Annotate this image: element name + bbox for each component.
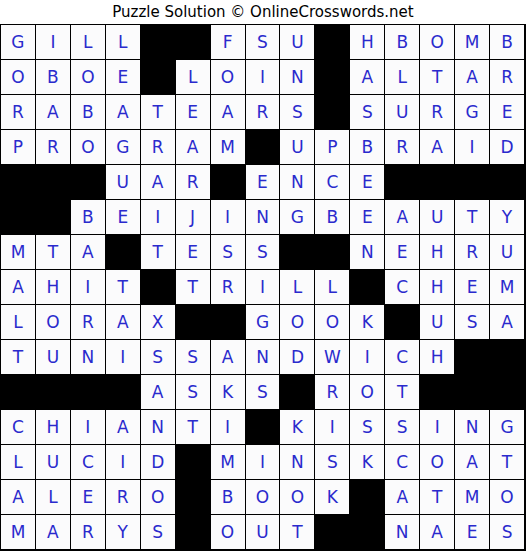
black-cell-r6c1: [1, 200, 36, 235]
black-cell-r1c10: [315, 25, 350, 60]
letter-cell-r2c11: A: [350, 60, 385, 95]
letter-cell-r12c4: A: [106, 410, 141, 445]
letter-cell-r6c15: Y: [490, 200, 525, 235]
black-cell-r1c6: [176, 25, 211, 60]
black-cell-r11c15: [490, 375, 525, 410]
letter-cell-r10c3: N: [71, 340, 106, 375]
letter-cell-r7c1: M: [1, 235, 36, 270]
letter-cell-r3c13: R: [420, 95, 455, 130]
letter-cell-r8c12: C: [385, 270, 420, 305]
letter-cell-r1c1: G: [1, 25, 36, 60]
letter-cell-r6c4: E: [106, 200, 141, 235]
letter-cell-r5c9: N: [280, 165, 315, 200]
letter-cell-r14c3: E: [71, 480, 106, 515]
letter-cell-r9c14: S: [455, 305, 490, 340]
letter-cell-r3c2: A: [36, 95, 71, 130]
letter-cell-r5c10: C: [315, 165, 350, 200]
letter-cell-r8c14: E: [455, 270, 490, 305]
letter-cell-r10c13: H: [420, 340, 455, 375]
letter-cell-r3c5: T: [141, 95, 176, 130]
letter-cell-r5c11: E: [350, 165, 385, 200]
letter-cell-r4c2: R: [36, 130, 71, 165]
letter-cell-r9c15: A: [490, 305, 525, 340]
black-cell-r13c6: [176, 445, 211, 480]
letter-cell-r4c14: I: [455, 130, 490, 165]
letter-cell-r4c5: R: [141, 130, 176, 165]
letter-cell-r14c5: O: [141, 480, 176, 515]
letter-cell-r11c12: T: [385, 375, 420, 410]
letter-cell-r15c9: T: [280, 515, 315, 550]
letter-cell-r7c8: S: [246, 235, 281, 270]
letter-cell-r7c3: A: [71, 235, 106, 270]
letter-cell-r13c15: T: [490, 445, 525, 480]
letter-cell-r9c3: R: [71, 305, 106, 340]
page-title: Puzzle Solution © OnlineCrosswords.net: [0, 0, 526, 24]
letter-cell-r3c12: U: [385, 95, 420, 130]
black-cell-r11c14: [455, 375, 490, 410]
black-cell-r14c6: [176, 480, 211, 515]
letter-cell-r2c2: B: [36, 60, 71, 95]
letter-cell-r6c7: I: [211, 200, 246, 235]
letter-cell-r6c8: N: [246, 200, 281, 235]
letter-cell-r10c4: I: [106, 340, 141, 375]
letter-cell-r4c6: A: [176, 130, 211, 165]
black-cell-r8c5: [141, 270, 176, 305]
letter-cell-r12c6: T: [176, 410, 211, 445]
letter-cell-r6c6: J: [176, 200, 211, 235]
letter-cell-r9c8: G: [246, 305, 281, 340]
letter-cell-r3c7: A: [211, 95, 246, 130]
letter-cell-r8c10: L: [315, 270, 350, 305]
letter-cell-r8c15: M: [490, 270, 525, 305]
black-cell-r4c8: [246, 130, 281, 165]
letter-cell-r1c15: B: [490, 25, 525, 60]
letter-cell-r8c6: T: [176, 270, 211, 305]
letter-cell-r9c1: L: [1, 305, 36, 340]
letter-cell-r7c7: S: [211, 235, 246, 270]
letter-cell-r8c3: I: [71, 270, 106, 305]
letter-cell-r15c12: N: [385, 515, 420, 550]
black-cell-r7c4: [106, 235, 141, 270]
black-cell-r9c12: [385, 305, 420, 340]
black-cell-r11c1: [1, 375, 36, 410]
black-cell-r9c7: [211, 305, 246, 340]
letter-cell-r9c10: O: [315, 305, 350, 340]
letter-cell-r10c11: I: [350, 340, 385, 375]
letter-cell-r6c11: E: [350, 200, 385, 235]
letter-cell-r6c9: G: [280, 200, 315, 235]
letter-cell-r9c4: A: [106, 305, 141, 340]
black-cell-r7c9: [280, 235, 315, 270]
letter-cell-r13c13: O: [420, 445, 455, 480]
letter-cell-r8c8: I: [246, 270, 281, 305]
letter-cell-r3c1: R: [1, 95, 36, 130]
letter-cell-r13c3: C: [71, 445, 106, 480]
letter-cell-r5c5: A: [141, 165, 176, 200]
black-cell-r5c15: [490, 165, 525, 200]
letter-cell-r9c11: K: [350, 305, 385, 340]
letter-cell-r10c10: W: [315, 340, 350, 375]
letter-cell-r12c12: S: [385, 410, 420, 445]
letter-cell-r4c3: O: [71, 130, 106, 165]
letter-cell-r13c1: L: [1, 445, 36, 480]
letter-cell-r1c12: B: [385, 25, 420, 60]
letter-cell-r13c8: I: [246, 445, 281, 480]
black-cell-r7c10: [315, 235, 350, 270]
letter-cell-r3c14: G: [455, 95, 490, 130]
letter-cell-r1c3: L: [71, 25, 106, 60]
black-cell-r11c4: [106, 375, 141, 410]
black-cell-r15c6: [176, 515, 211, 550]
letter-cell-r10c8: N: [246, 340, 281, 375]
letter-cell-r6c13: U: [420, 200, 455, 235]
letter-cell-r4c9: U: [280, 130, 315, 165]
letter-cell-r13c7: M: [211, 445, 246, 480]
letter-cell-r1c2: I: [36, 25, 71, 60]
letter-cell-r4c1: P: [1, 130, 36, 165]
black-cell-r11c9: [280, 375, 315, 410]
letter-cell-r3c3: B: [71, 95, 106, 130]
letter-cell-r8c13: H: [420, 270, 455, 305]
letter-cell-r15c5: S: [141, 515, 176, 550]
letter-cell-r7c5: T: [141, 235, 176, 270]
letter-cell-r11c7: K: [211, 375, 246, 410]
letter-cell-r14c14: M: [455, 480, 490, 515]
black-cell-r14c11: [350, 480, 385, 515]
black-cell-r1c5: [141, 25, 176, 60]
letter-cell-r15c4: Y: [106, 515, 141, 550]
letter-cell-r7c11: N: [350, 235, 385, 270]
letter-cell-r13c11: K: [350, 445, 385, 480]
letter-cell-r6c12: A: [385, 200, 420, 235]
black-cell-r5c3: [71, 165, 106, 200]
letter-cell-r11c6: S: [176, 375, 211, 410]
letter-cell-r2c15: R: [490, 60, 525, 95]
letter-cell-r8c9: L: [280, 270, 315, 305]
letter-cell-r1c13: O: [420, 25, 455, 60]
letter-cell-r15c8: U: [246, 515, 281, 550]
letter-cell-r15c2: A: [36, 515, 71, 550]
black-cell-r12c8: [246, 410, 281, 445]
letter-cell-r7c15: U: [490, 235, 525, 270]
letter-cell-r12c7: I: [211, 410, 246, 445]
black-cell-r6c2: [36, 200, 71, 235]
black-cell-r5c13: [420, 165, 455, 200]
letter-cell-r12c1: C: [1, 410, 36, 445]
letter-cell-r4c7: M: [211, 130, 246, 165]
letter-cell-r7c14: R: [455, 235, 490, 270]
black-cell-r2c10: [315, 60, 350, 95]
black-cell-r5c7: [211, 165, 246, 200]
letter-cell-r8c2: H: [36, 270, 71, 305]
letter-cell-r9c13: U: [420, 305, 455, 340]
letter-cell-r12c2: H: [36, 410, 71, 445]
letter-cell-r14c9: O: [280, 480, 315, 515]
letter-cell-r10c6: S: [176, 340, 211, 375]
letter-cell-r12c13: I: [420, 410, 455, 445]
letter-cell-r4c4: G: [106, 130, 141, 165]
letter-cell-r13c14: A: [455, 445, 490, 480]
letter-cell-r2c13: T: [420, 60, 455, 95]
letter-cell-r4c12: R: [385, 130, 420, 165]
letter-cell-r12c5: N: [141, 410, 176, 445]
black-cell-r5c14: [455, 165, 490, 200]
letter-cell-r2c6: L: [176, 60, 211, 95]
letter-cell-r6c10: B: [315, 200, 350, 235]
letter-cell-r2c12: L: [385, 60, 420, 95]
black-cell-r5c12: [385, 165, 420, 200]
letter-cell-r14c13: T: [420, 480, 455, 515]
letter-cell-r7c2: T: [36, 235, 71, 270]
letter-cell-r2c3: O: [71, 60, 106, 95]
letter-cell-r7c13: H: [420, 235, 455, 270]
letter-cell-r3c11: S: [350, 95, 385, 130]
letter-cell-r2c7: O: [211, 60, 246, 95]
letter-cell-r9c5: X: [141, 305, 176, 340]
letter-cell-r15c1: M: [1, 515, 36, 550]
letter-cell-r2c14: A: [455, 60, 490, 95]
letter-cell-r15c13: A: [420, 515, 455, 550]
letter-cell-r2c4: E: [106, 60, 141, 95]
black-cell-r15c10: [315, 515, 350, 550]
letter-cell-r13c12: C: [385, 445, 420, 480]
letter-cell-r5c6: R: [176, 165, 211, 200]
letter-cell-r14c7: B: [211, 480, 246, 515]
letter-cell-r8c7: R: [211, 270, 246, 305]
letter-cell-r7c6: E: [176, 235, 211, 270]
black-cell-r11c3: [71, 375, 106, 410]
letter-cell-r3c4: A: [106, 95, 141, 130]
letter-cell-r14c4: R: [106, 480, 141, 515]
letter-cell-r11c8: S: [246, 375, 281, 410]
letter-cell-r13c10: S: [315, 445, 350, 480]
letter-cell-r2c9: N: [280, 60, 315, 95]
letter-cell-r10c5: S: [141, 340, 176, 375]
letter-cell-r3c6: E: [176, 95, 211, 130]
letter-cell-r8c1: A: [1, 270, 36, 305]
letter-cell-r4c10: P: [315, 130, 350, 165]
letter-cell-r14c8: O: [246, 480, 281, 515]
black-cell-r10c15: [490, 340, 525, 375]
black-cell-r11c13: [420, 375, 455, 410]
puzzle-solution-page: Puzzle Solution © OnlineCrosswords.net G…: [0, 0, 526, 551]
letter-cell-r10c9: D: [280, 340, 315, 375]
letter-cell-r1c14: M: [455, 25, 490, 60]
letter-cell-r3c8: R: [246, 95, 281, 130]
letter-cell-r15c14: E: [455, 515, 490, 550]
letter-cell-r14c12: A: [385, 480, 420, 515]
letter-cell-r13c4: I: [106, 445, 141, 480]
letter-cell-r9c9: O: [280, 305, 315, 340]
black-cell-r5c2: [36, 165, 71, 200]
letter-cell-r12c15: G: [490, 410, 525, 445]
letter-cell-r12c10: I: [315, 410, 350, 445]
letter-cell-r13c9: N: [280, 445, 315, 480]
letter-cell-r3c15: E: [490, 95, 525, 130]
letter-cell-r2c1: O: [1, 60, 36, 95]
black-cell-r2c5: [141, 60, 176, 95]
crossword-grid: GILLFSUHBOMBOBOELOINALTARRABATEARSSURGEP…: [0, 24, 526, 551]
letter-cell-r14c10: K: [315, 480, 350, 515]
letter-cell-r1c8: S: [246, 25, 281, 60]
letter-cell-r14c1: A: [1, 480, 36, 515]
black-cell-r8c11: [350, 270, 385, 305]
letter-cell-r15c7: O: [211, 515, 246, 550]
letter-cell-r5c4: U: [106, 165, 141, 200]
letter-cell-r11c11: O: [350, 375, 385, 410]
letter-cell-r10c2: U: [36, 340, 71, 375]
letter-cell-r13c2: U: [36, 445, 71, 480]
letter-cell-r7c12: E: [385, 235, 420, 270]
letter-cell-r8c4: T: [106, 270, 141, 305]
black-cell-r3c10: [315, 95, 350, 130]
letter-cell-r1c4: L: [106, 25, 141, 60]
letter-cell-r4c13: A: [420, 130, 455, 165]
letter-cell-r4c15: D: [490, 130, 525, 165]
letter-cell-r12c14: N: [455, 410, 490, 445]
black-cell-r11c2: [36, 375, 71, 410]
letter-cell-r14c2: L: [36, 480, 71, 515]
letter-cell-r6c3: B: [71, 200, 106, 235]
letter-cell-r6c14: T: [455, 200, 490, 235]
black-cell-r5c1: [1, 165, 36, 200]
letter-cell-r2c8: I: [246, 60, 281, 95]
black-cell-r10c14: [455, 340, 490, 375]
letter-cell-r1c9: U: [280, 25, 315, 60]
letter-cell-r15c15: S: [490, 515, 525, 550]
letter-cell-r3c9: S: [280, 95, 315, 130]
letter-cell-r15c3: R: [71, 515, 106, 550]
black-cell-r9c6: [176, 305, 211, 340]
black-cell-r15c11: [350, 515, 385, 550]
letter-cell-r9c2: O: [36, 305, 71, 340]
letter-cell-r1c11: H: [350, 25, 385, 60]
letter-cell-r10c12: C: [385, 340, 420, 375]
letter-cell-r11c10: R: [315, 375, 350, 410]
letter-cell-r12c11: S: [350, 410, 385, 445]
letter-cell-r12c9: K: [280, 410, 315, 445]
letter-cell-r6c5: I: [141, 200, 176, 235]
letter-cell-r10c1: T: [1, 340, 36, 375]
letter-cell-r14c15: O: [490, 480, 525, 515]
letter-cell-r11c5: A: [141, 375, 176, 410]
letter-cell-r10c7: A: [211, 340, 246, 375]
letter-cell-r1c7: F: [211, 25, 246, 60]
letter-cell-r5c8: E: [246, 165, 281, 200]
letter-cell-r13c5: D: [141, 445, 176, 480]
letter-cell-r12c3: I: [71, 410, 106, 445]
letter-cell-r4c11: B: [350, 130, 385, 165]
